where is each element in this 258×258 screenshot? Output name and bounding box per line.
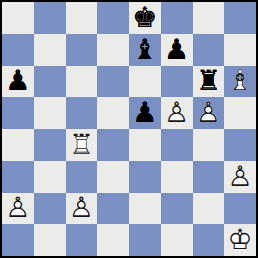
square-f7[interactable]: ♟♟ [161,34,193,66]
square-a1[interactable] [2,224,34,256]
square-h8[interactable] [224,2,256,34]
square-b5[interactable] [34,97,66,129]
square-a8[interactable] [2,2,34,34]
square-c4[interactable]: ♜♖ [66,129,98,161]
square-h4[interactable] [224,129,256,161]
square-f2[interactable] [161,193,193,225]
square-g7[interactable] [193,34,225,66]
square-f3[interactable] [161,161,193,193]
square-c6[interactable] [66,66,98,98]
square-e8[interactable]: ♚♚ [129,2,161,34]
square-g5[interactable]: ♟♙ [193,97,225,129]
square-c1[interactable] [66,224,98,256]
square-e5[interactable]: ♟♟ [129,97,161,129]
square-g2[interactable] [193,193,225,225]
square-a5[interactable] [2,97,34,129]
square-a3[interactable] [2,161,34,193]
white-pawn-piece[interactable]: ♟♙ [224,161,256,193]
square-g3[interactable] [193,161,225,193]
black-pawn-glyph-outline: ♟ [129,97,161,129]
square-d3[interactable] [97,161,129,193]
square-a6[interactable]: ♟♟ [2,66,34,98]
chess-board: ♚♚♝♝♟♟♟♟♜♜♝♗♟♟♟♙♟♙♜♖♟♙♟♙♟♙♚♔ [0,0,258,258]
square-f4[interactable] [161,129,193,161]
square-a7[interactable] [2,34,34,66]
square-c5[interactable] [66,97,98,129]
white-pawn-glyph-outline: ♙ [161,97,193,129]
white-pawn-piece[interactable]: ♟♙ [193,97,225,129]
square-h7[interactable] [224,34,256,66]
square-c8[interactable] [66,2,98,34]
white-pawn-piece[interactable]: ♟♙ [2,193,34,225]
white-bishop-glyph-outline: ♗ [224,66,256,98]
black-bishop-piece[interactable]: ♝♝ [129,34,161,66]
square-c7[interactable] [66,34,98,66]
square-e6[interactable] [129,66,161,98]
square-d5[interactable] [97,97,129,129]
white-pawn-piece[interactable]: ♟♙ [161,97,193,129]
black-pawn-piece[interactable]: ♟♟ [129,97,161,129]
square-a2[interactable]: ♟♙ [2,193,34,225]
square-g4[interactable] [193,129,225,161]
white-pawn-piece[interactable]: ♟♙ [66,193,98,225]
square-b7[interactable] [34,34,66,66]
white-king-piece[interactable]: ♚♔ [224,224,256,256]
square-b1[interactable] [34,224,66,256]
square-c3[interactable] [66,161,98,193]
black-bishop-glyph-outline: ♝ [129,34,161,66]
white-pawn-glyph-outline: ♙ [224,161,256,193]
square-b6[interactable] [34,66,66,98]
white-pawn-glyph-outline: ♙ [66,193,98,225]
square-b3[interactable] [34,161,66,193]
white-pawn-glyph-outline: ♙ [2,193,34,225]
black-rook-glyph-outline: ♜ [193,66,225,98]
square-d4[interactable] [97,129,129,161]
square-f6[interactable] [161,66,193,98]
square-h5[interactable] [224,97,256,129]
square-g1[interactable] [193,224,225,256]
white-pawn-glyph-outline: ♙ [193,97,225,129]
square-h2[interactable] [224,193,256,225]
black-king-glyph-outline: ♚ [129,2,161,34]
square-f5[interactable]: ♟♙ [161,97,193,129]
black-pawn-glyph-outline: ♟ [161,34,193,66]
square-f1[interactable] [161,224,193,256]
square-h3[interactable]: ♟♙ [224,161,256,193]
white-king-glyph-outline: ♔ [224,224,256,256]
white-bishop-piece[interactable]: ♝♗ [224,66,256,98]
white-rook-piece[interactable]: ♜♖ [66,129,98,161]
square-h1[interactable]: ♚♔ [224,224,256,256]
white-rook-glyph-outline: ♖ [66,129,98,161]
black-rook-piece[interactable]: ♜♜ [193,66,225,98]
square-e4[interactable] [129,129,161,161]
square-d1[interactable] [97,224,129,256]
square-e7[interactable]: ♝♝ [129,34,161,66]
square-a4[interactable] [2,129,34,161]
square-e3[interactable] [129,161,161,193]
square-d7[interactable] [97,34,129,66]
square-d2[interactable] [97,193,129,225]
square-d6[interactable] [97,66,129,98]
square-d8[interactable] [97,2,129,34]
square-g8[interactable] [193,2,225,34]
square-b8[interactable] [34,2,66,34]
square-h6[interactable]: ♝♗ [224,66,256,98]
black-pawn-glyph-outline: ♟ [2,66,34,98]
square-b4[interactable] [34,129,66,161]
black-pawn-piece[interactable]: ♟♟ [161,34,193,66]
square-g6[interactable]: ♜♜ [193,66,225,98]
square-e1[interactable] [129,224,161,256]
square-e2[interactable] [129,193,161,225]
square-f8[interactable] [161,2,193,34]
square-b2[interactable] [34,193,66,225]
black-pawn-piece[interactable]: ♟♟ [2,66,34,98]
square-c2[interactable]: ♟♙ [66,193,98,225]
black-king-piece[interactable]: ♚♚ [129,2,161,34]
